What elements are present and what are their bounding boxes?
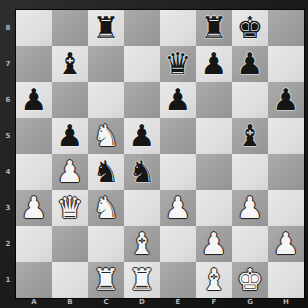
piece-black-pawn[interactable]: ♟	[232, 46, 268, 82]
rank-label-3: 3	[0, 190, 16, 226]
rank-label-5: 5	[0, 118, 16, 154]
rank-label-4: 4	[0, 154, 16, 190]
square-f4[interactable]	[196, 154, 232, 190]
piece-white-knight[interactable]: ♞	[88, 118, 124, 154]
square-a6[interactable]: ♟	[16, 82, 52, 118]
piece-black-pawn[interactable]: ♟	[52, 118, 88, 154]
square-c3[interactable]: ♞	[88, 190, 124, 226]
piece-white-bishop[interactable]: ♝	[196, 262, 232, 298]
square-g7[interactable]: ♟	[232, 46, 268, 82]
file-label-d: D	[124, 297, 160, 308]
piece-white-king[interactable]: ♚	[232, 262, 268, 298]
square-h3[interactable]	[268, 190, 304, 226]
square-e5[interactable]	[160, 118, 196, 154]
square-f3[interactable]	[196, 190, 232, 226]
square-e6[interactable]: ♟	[160, 82, 196, 118]
piece-white-bishop[interactable]: ♝	[124, 226, 160, 262]
square-f2[interactable]: ♟	[196, 226, 232, 262]
square-a7[interactable]	[16, 46, 52, 82]
square-b7[interactable]: ♝	[52, 46, 88, 82]
piece-black-king[interactable]: ♚	[232, 10, 268, 46]
square-h5[interactable]	[268, 118, 304, 154]
file-label-f: F	[196, 297, 232, 308]
piece-black-bishop[interactable]: ♝	[52, 46, 88, 82]
square-d5[interactable]: ♟	[124, 118, 160, 154]
square-d1[interactable]: ♜	[124, 262, 160, 298]
square-c5[interactable]: ♞	[88, 118, 124, 154]
square-g6[interactable]	[232, 82, 268, 118]
file-label-e: E	[160, 297, 196, 308]
file-label-b: B	[52, 297, 88, 308]
square-d7[interactable]	[124, 46, 160, 82]
square-b4[interactable]: ♟	[52, 154, 88, 190]
square-f6[interactable]	[196, 82, 232, 118]
square-a5[interactable]	[16, 118, 52, 154]
piece-white-queen[interactable]: ♛	[52, 190, 88, 226]
square-h1[interactable]	[268, 262, 304, 298]
square-b2[interactable]	[52, 226, 88, 262]
file-label-a: A	[16, 297, 52, 308]
file-label-g: G	[232, 297, 268, 308]
rank-label-8: 8	[0, 10, 16, 46]
square-a2[interactable]	[16, 226, 52, 262]
piece-white-pawn[interactable]: ♟	[268, 226, 304, 262]
square-c7[interactable]	[88, 46, 124, 82]
square-c8[interactable]: ♜	[88, 10, 124, 46]
piece-black-pawn[interactable]: ♟	[196, 46, 232, 82]
piece-black-queen[interactable]: ♛	[160, 46, 196, 82]
piece-white-pawn[interactable]: ♟	[160, 190, 196, 226]
square-f5[interactable]	[196, 118, 232, 154]
piece-black-pawn[interactable]: ♟	[268, 82, 304, 118]
piece-white-rook[interactable]: ♜	[88, 262, 124, 298]
square-h6[interactable]: ♟	[268, 82, 304, 118]
rank-label-7: 7	[0, 46, 16, 82]
square-e3[interactable]: ♟	[160, 190, 196, 226]
piece-white-knight[interactable]: ♞	[88, 190, 124, 226]
square-b1[interactable]	[52, 262, 88, 298]
square-f7[interactable]: ♟	[196, 46, 232, 82]
piece-white-rook[interactable]: ♜	[124, 262, 160, 298]
square-a1[interactable]	[16, 262, 52, 298]
square-e4[interactable]	[160, 154, 196, 190]
square-e8[interactable]	[160, 10, 196, 46]
rank-label-1: 1	[0, 262, 16, 298]
square-e7[interactable]: ♛	[160, 46, 196, 82]
piece-white-pawn[interactable]: ♟	[52, 154, 88, 190]
file-label-h: H	[268, 297, 304, 308]
square-h4[interactable]	[268, 154, 304, 190]
square-f8[interactable]: ♜	[196, 10, 232, 46]
piece-black-knight[interactable]: ♞	[88, 154, 124, 190]
square-b5[interactable]: ♟	[52, 118, 88, 154]
square-g5[interactable]: ♝	[232, 118, 268, 154]
piece-black-pawn[interactable]: ♟	[160, 82, 196, 118]
rank-label-2: 2	[0, 226, 16, 262]
square-b6[interactable]	[52, 82, 88, 118]
piece-black-rook[interactable]: ♜	[88, 10, 124, 46]
square-a3[interactable]: ♟	[16, 190, 52, 226]
square-a8[interactable]	[16, 10, 52, 46]
square-h2[interactable]: ♟	[268, 226, 304, 262]
piece-white-pawn[interactable]: ♟	[196, 226, 232, 262]
square-g1[interactable]: ♚	[232, 262, 268, 298]
square-h8[interactable]	[268, 10, 304, 46]
square-h7[interactable]	[268, 46, 304, 82]
rank-label-6: 6	[0, 82, 16, 118]
square-c6[interactable]	[88, 82, 124, 118]
file-label-c: C	[88, 297, 124, 308]
square-c4[interactable]: ♞	[88, 154, 124, 190]
piece-white-pawn[interactable]: ♟	[16, 190, 52, 226]
square-a4[interactable]	[16, 154, 52, 190]
square-d2[interactable]: ♝	[124, 226, 160, 262]
square-b3[interactable]: ♛	[52, 190, 88, 226]
piece-black-pawn[interactable]: ♟	[124, 118, 160, 154]
piece-black-rook[interactable]: ♜	[196, 10, 232, 46]
square-g4[interactable]	[232, 154, 268, 190]
square-b8[interactable]	[52, 10, 88, 46]
square-g8[interactable]: ♚	[232, 10, 268, 46]
piece-black-knight[interactable]: ♞	[124, 154, 160, 190]
square-f1[interactable]: ♝	[196, 262, 232, 298]
square-g3[interactable]: ♟	[232, 190, 268, 226]
square-d3[interactable]	[124, 190, 160, 226]
square-g2[interactable]	[232, 226, 268, 262]
square-c1[interactable]: ♜	[88, 262, 124, 298]
square-d6[interactable]	[124, 82, 160, 118]
square-c2[interactable]	[88, 226, 124, 262]
piece-white-pawn[interactable]: ♟	[232, 190, 268, 226]
square-d4[interactable]: ♞	[124, 154, 160, 190]
square-d8[interactable]	[124, 10, 160, 46]
chess-board-frame: ♜♜♚♝♛♟♟♟♟♟♟♞♟♝♟♞♞♟♛♞♟♟♝♟♟♜♜♝♚ 87654321 A…	[0, 0, 308, 308]
square-e2[interactable]	[160, 226, 196, 262]
piece-black-pawn[interactable]: ♟	[16, 82, 52, 118]
chess-board: ♜♜♚♝♛♟♟♟♟♟♟♞♟♝♟♞♞♟♛♞♟♟♝♟♟♜♜♝♚	[16, 10, 304, 298]
piece-black-bishop[interactable]: ♝	[232, 118, 268, 154]
square-e1[interactable]	[160, 262, 196, 298]
